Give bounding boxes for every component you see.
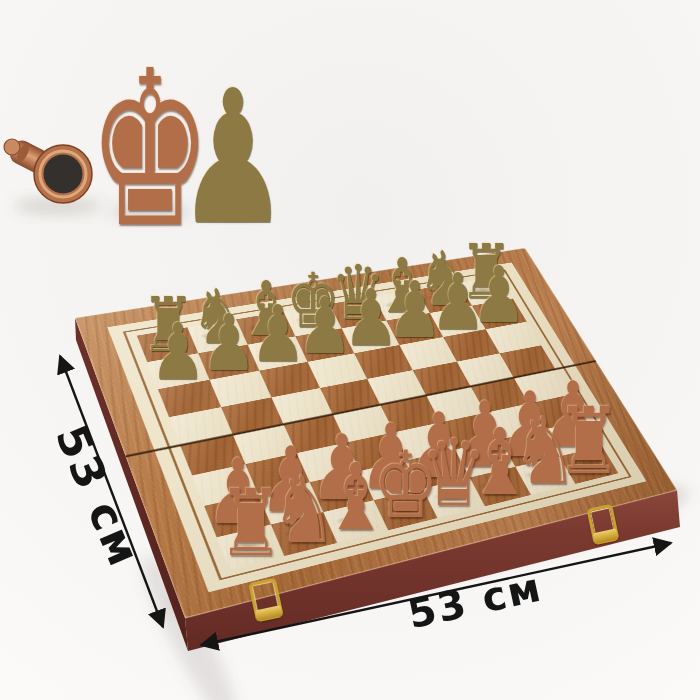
- product-photo-scene: ♜♞♝♚♛♝♞♜♟♟♟♟♟♟♟♟♟♟♟♟♟♟♟♟♜♞♝♚♛♝♞♜ ♚ ♟ 53 …: [0, 0, 700, 700]
- loose-lying-piece: [4, 138, 92, 203]
- lying-piece-finial: [4, 139, 20, 155]
- lying-piece-felt: [44, 155, 83, 194]
- pawn-ground-shadow: [205, 207, 261, 219]
- king-ground-shadow: [110, 204, 190, 220]
